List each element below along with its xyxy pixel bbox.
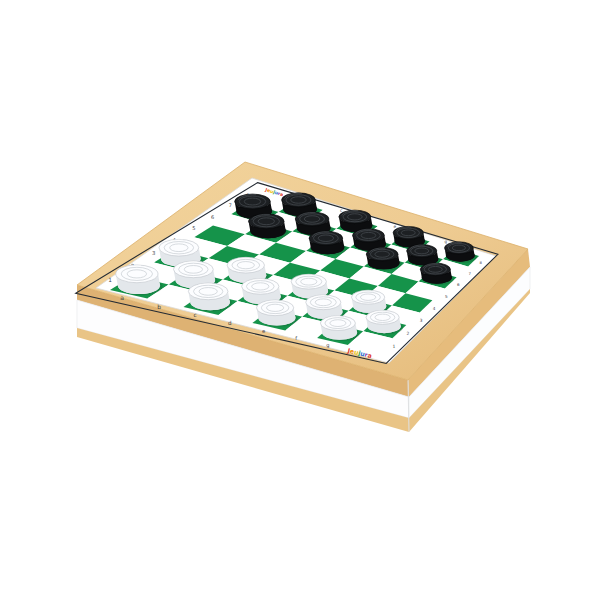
file-label-b-near: b [157,304,161,310]
file-label-a-near: a [120,294,124,301]
piece-black-b6 [249,214,289,240]
rank-label-4-right: 4 [433,306,436,311]
rank-label-5-right: 5 [445,294,448,299]
piece-white-h2 [366,310,403,334]
piece-white-a1 [116,265,163,295]
file-label-f-near: f [295,335,297,341]
piece-white-g1 [320,316,359,341]
piece-black-f6 [366,248,402,271]
rank-label-1-right: 1 [393,344,396,349]
piece-black-d6 [309,231,347,255]
piece-white-e1 [256,300,297,327]
piece-white-c1 [188,283,232,311]
file-label-g-near: g [326,342,329,349]
checkers-scene: abbccddeeffggh8877665544332211JeujuraJeu… [0,0,600,600]
rank-label-6-right: 6 [457,282,460,287]
piece-black-h8 [445,242,477,263]
piece-black-h6 [420,263,454,285]
file-label-c-near: c [194,312,197,318]
rank-label-3-left: 3 [152,250,155,256]
product-photo-checkers-box: abbccddeeffggh8877665544332211JeujuraJeu… [0,0,600,600]
file-label-e-far: e [393,224,396,229]
rank-label-2-right: 2 [407,331,410,336]
file-label-d-near: d [228,320,232,326]
rank-label-1-left: 1 [108,277,112,283]
file-label-g-far: g [444,239,447,244]
rank-label-3-right: 3 [420,318,423,323]
rank-label-6-left: 6 [211,214,214,220]
rank-label-5-left: 5 [192,225,195,231]
rank-label-7-left: 7 [229,203,232,208]
